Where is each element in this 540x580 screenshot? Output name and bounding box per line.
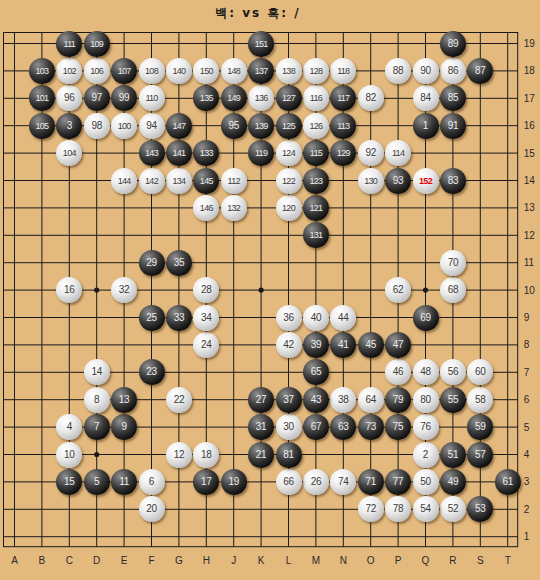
row-label-18: 18 xyxy=(524,65,540,76)
stone-move-number: 38 xyxy=(338,395,349,405)
stone-move-number: 48 xyxy=(420,367,431,377)
stone-L9: 36 xyxy=(276,305,302,331)
stone-move-number: 81 xyxy=(283,450,294,460)
stone-C4: 10 xyxy=(56,442,82,468)
stone-H15: 133 xyxy=(193,140,219,166)
stone-move-number: 129 xyxy=(337,148,350,158)
stone-move-number: 56 xyxy=(448,367,459,377)
stone-move-number: 136 xyxy=(255,93,268,103)
stone-move-number: 58 xyxy=(475,395,486,405)
stone-N17: 117 xyxy=(330,85,356,111)
col-label-L: L xyxy=(279,555,299,566)
stone-H18: 150 xyxy=(193,58,219,84)
stone-S5: 59 xyxy=(467,414,493,440)
row-label-14: 14 xyxy=(524,175,540,186)
stone-move-number: 125 xyxy=(282,121,295,131)
stone-O14: 130 xyxy=(358,168,384,194)
stone-move-number: 26 xyxy=(311,477,322,487)
stone-move-number: 64 xyxy=(365,395,376,405)
stone-R16: 91 xyxy=(440,113,466,139)
col-label-H: H xyxy=(196,555,216,566)
stone-move-number: 80 xyxy=(420,395,431,405)
stone-move-number: 74 xyxy=(338,477,349,487)
stone-Q4: 2 xyxy=(413,442,439,468)
stone-E3: 11 xyxy=(111,469,137,495)
stone-move-number: 45 xyxy=(365,340,376,350)
stone-P8: 47 xyxy=(385,332,411,358)
stone-move-number: 46 xyxy=(393,367,404,377)
stone-move-number: 87 xyxy=(475,66,486,76)
stone-move-number: 22 xyxy=(174,395,185,405)
stone-C19: 111 xyxy=(56,31,82,57)
stone-N18: 118 xyxy=(330,58,356,84)
stone-N6: 38 xyxy=(330,387,356,413)
stone-S4: 57 xyxy=(467,442,493,468)
stone-move-number: 14 xyxy=(91,367,102,377)
stone-Q3: 50 xyxy=(413,469,439,495)
stone-N15: 129 xyxy=(330,140,356,166)
stone-move-number: 116 xyxy=(310,93,322,103)
stone-move-number: 112 xyxy=(228,176,240,186)
stone-move-number: 13 xyxy=(119,395,130,405)
stone-move-number: 8 xyxy=(94,395,99,405)
stone-move-number: 102 xyxy=(63,66,76,76)
stone-move-number: 103 xyxy=(35,66,48,76)
col-label-P: P xyxy=(388,555,408,566)
col-label-C: C xyxy=(59,555,79,566)
stone-move-number: 69 xyxy=(420,313,431,323)
stone-S6: 58 xyxy=(467,387,493,413)
stone-L18: 138 xyxy=(276,58,302,84)
stone-move-number: 114 xyxy=(392,148,404,158)
stone-move-number: 134 xyxy=(172,176,185,186)
stone-G9: 33 xyxy=(166,305,192,331)
stone-move-number: 147 xyxy=(172,121,185,131)
stone-R17: 85 xyxy=(440,85,466,111)
col-label-D: D xyxy=(87,555,107,566)
stone-move-number: 120 xyxy=(282,203,295,213)
stone-move-number: 123 xyxy=(309,176,322,186)
stone-move-number: 79 xyxy=(393,395,404,405)
stones-layer: 1234567891011121314151617181920212223242… xyxy=(0,0,540,580)
stone-E14: 144 xyxy=(111,168,137,194)
stone-C15: 104 xyxy=(56,140,82,166)
stone-M14: 123 xyxy=(303,168,329,194)
stone-O3: 71 xyxy=(358,469,384,495)
stone-M16: 126 xyxy=(303,113,329,139)
stone-M17: 116 xyxy=(303,85,329,111)
stone-move-number: 59 xyxy=(475,422,486,432)
stone-H17: 135 xyxy=(193,85,219,111)
stone-N8: 41 xyxy=(330,332,356,358)
stone-C3: 15 xyxy=(56,469,82,495)
stone-move-number: 9 xyxy=(121,422,126,432)
stone-move-number: 84 xyxy=(420,93,431,103)
stone-G16: 147 xyxy=(166,113,192,139)
stone-move-number: 78 xyxy=(393,504,404,514)
stone-move-number: 93 xyxy=(393,176,404,186)
stone-G14: 134 xyxy=(166,168,192,194)
stone-Q9: 69 xyxy=(413,305,439,331)
go-board[interactable]: 백: vs 흑: / 12345678910111213141516171819… xyxy=(0,0,540,580)
stone-move-number: 145 xyxy=(200,176,213,186)
stone-K6: 27 xyxy=(248,387,274,413)
stone-C17: 96 xyxy=(56,85,82,111)
stone-move-number: 138 xyxy=(282,66,295,76)
stone-R7: 56 xyxy=(440,359,466,385)
col-label-J: J xyxy=(224,555,244,566)
stone-R3: 49 xyxy=(440,469,466,495)
stone-Q2: 54 xyxy=(413,496,439,522)
stone-E6: 13 xyxy=(111,387,137,413)
stone-P10: 62 xyxy=(385,277,411,303)
stone-O6: 64 xyxy=(358,387,384,413)
stone-E10: 32 xyxy=(111,277,137,303)
stone-P3: 77 xyxy=(385,469,411,495)
row-label-5: 5 xyxy=(524,422,540,433)
stone-move-number: 67 xyxy=(311,422,322,432)
stone-D18: 106 xyxy=(84,58,110,84)
stone-B17: 101 xyxy=(29,85,55,111)
stone-move-number: 82 xyxy=(365,93,376,103)
stone-S7: 60 xyxy=(467,359,493,385)
stone-M9: 40 xyxy=(303,305,329,331)
stone-Q18: 90 xyxy=(413,58,439,84)
stone-F18: 108 xyxy=(139,58,165,84)
stone-N9: 44 xyxy=(330,305,356,331)
stone-move-number: 47 xyxy=(393,340,404,350)
stone-L4: 81 xyxy=(276,442,302,468)
stone-move-number: 118 xyxy=(337,66,349,76)
stone-move-number: 88 xyxy=(393,66,404,76)
row-label-10: 10 xyxy=(524,285,540,296)
stone-move-number: 63 xyxy=(338,422,349,432)
stone-move-number: 68 xyxy=(448,285,459,295)
stone-move-number: 17 xyxy=(201,477,212,487)
stone-move-number: 140 xyxy=(172,66,185,76)
stone-move-number: 119 xyxy=(255,148,267,158)
stone-move-number: 31 xyxy=(256,422,267,432)
stone-move-number: 55 xyxy=(448,395,459,405)
stone-M5: 67 xyxy=(303,414,329,440)
row-label-3: 3 xyxy=(524,476,540,487)
stone-move-number: 106 xyxy=(90,66,103,76)
stone-move-number: 60 xyxy=(475,367,486,377)
stone-T3: 61 xyxy=(495,469,521,495)
row-label-16: 16 xyxy=(524,120,540,131)
stone-move-number: 12 xyxy=(174,450,185,460)
row-label-12: 12 xyxy=(524,230,540,241)
stone-L8: 42 xyxy=(276,332,302,358)
stone-move-number: 75 xyxy=(393,422,404,432)
stone-M8: 39 xyxy=(303,332,329,358)
stone-G15: 141 xyxy=(166,140,192,166)
col-label-F: F xyxy=(142,555,162,566)
row-label-13: 13 xyxy=(524,202,540,213)
stone-C16: 3 xyxy=(56,113,82,139)
stone-L3: 66 xyxy=(276,469,302,495)
stone-D19: 109 xyxy=(84,31,110,57)
stone-L15: 124 xyxy=(276,140,302,166)
stone-M7: 65 xyxy=(303,359,329,385)
stone-move-number: 51 xyxy=(448,450,459,460)
stone-move-number: 41 xyxy=(338,340,349,350)
stone-K4: 21 xyxy=(248,442,274,468)
stone-move-number: 107 xyxy=(118,66,131,76)
stone-move-number: 21 xyxy=(256,450,267,460)
stone-move-number: 135 xyxy=(200,93,213,103)
col-label-N: N xyxy=(333,555,353,566)
stone-move-number: 54 xyxy=(420,504,431,514)
stone-move-number: 89 xyxy=(448,39,459,49)
stone-O17: 82 xyxy=(358,85,384,111)
stone-move-number: 37 xyxy=(283,395,294,405)
stone-J13: 132 xyxy=(221,195,247,221)
stone-move-number: 11 xyxy=(119,477,129,487)
stone-move-number: 137 xyxy=(255,66,268,76)
stone-P18: 88 xyxy=(385,58,411,84)
stone-G6: 22 xyxy=(166,387,192,413)
stone-J17: 149 xyxy=(221,85,247,111)
stone-move-number: 117 xyxy=(337,93,349,103)
stone-Q16: 1 xyxy=(413,113,439,139)
stone-move-number: 94 xyxy=(146,121,157,131)
row-label-2: 2 xyxy=(524,504,540,515)
row-label-4: 4 xyxy=(524,449,540,460)
stone-R19: 89 xyxy=(440,31,466,57)
stone-move-number: 92 xyxy=(365,148,376,158)
stone-K19: 151 xyxy=(248,31,274,57)
stone-F9: 25 xyxy=(139,305,165,331)
stone-move-number: 83 xyxy=(448,176,459,186)
stone-H14: 145 xyxy=(193,168,219,194)
stone-move-number: 99 xyxy=(119,93,130,103)
stone-move-number: 96 xyxy=(64,93,75,103)
stone-P6: 79 xyxy=(385,387,411,413)
stone-S18: 87 xyxy=(467,58,493,84)
stone-move-number: 33 xyxy=(174,313,185,323)
stone-move-number: 24 xyxy=(201,340,212,350)
row-label-7: 7 xyxy=(524,367,540,378)
stone-H3: 17 xyxy=(193,469,219,495)
stone-move-number: 101 xyxy=(35,93,48,103)
stone-move-number: 91 xyxy=(448,121,459,131)
stone-move-number: 52 xyxy=(448,504,459,514)
stone-P5: 75 xyxy=(385,414,411,440)
stone-move-number: 29 xyxy=(146,258,157,268)
stone-K5: 31 xyxy=(248,414,274,440)
stone-Q14: 152 xyxy=(413,168,439,194)
stone-move-number: 40 xyxy=(311,313,322,323)
stone-S2: 53 xyxy=(467,496,493,522)
stone-move-number: 128 xyxy=(309,66,322,76)
stone-move-number: 133 xyxy=(200,148,213,158)
stone-move-number: 66 xyxy=(283,477,294,487)
stone-L13: 120 xyxy=(276,195,302,221)
stone-M6: 43 xyxy=(303,387,329,413)
stone-move-number: 121 xyxy=(309,203,322,213)
stone-move-number: 28 xyxy=(201,285,212,295)
stone-F15: 143 xyxy=(139,140,165,166)
stone-Q17: 84 xyxy=(413,85,439,111)
col-label-S: S xyxy=(470,555,490,566)
stone-move-number: 122 xyxy=(282,176,295,186)
stone-move-number: 146 xyxy=(200,203,213,213)
stone-move-number: 20 xyxy=(146,504,157,514)
stone-P14: 93 xyxy=(385,168,411,194)
stone-move-number: 71 xyxy=(365,477,376,487)
stone-move-number: 49 xyxy=(448,477,459,487)
stone-move-number: 73 xyxy=(365,422,376,432)
stone-R14: 83 xyxy=(440,168,466,194)
stone-move-number: 6 xyxy=(149,477,154,487)
stone-move-number: 111 xyxy=(64,39,76,49)
stone-move-number: 18 xyxy=(201,450,212,460)
col-label-R: R xyxy=(443,555,463,566)
stone-C18: 102 xyxy=(56,58,82,84)
stone-move-number: 5 xyxy=(94,477,99,487)
col-label-T: T xyxy=(498,555,518,566)
stone-Q7: 48 xyxy=(413,359,439,385)
stone-move-number: 126 xyxy=(309,121,322,131)
stone-move-number: 57 xyxy=(475,450,486,460)
stone-move-number: 27 xyxy=(256,395,267,405)
stone-G18: 140 xyxy=(166,58,192,84)
stone-M15: 115 xyxy=(303,140,329,166)
stone-move-number: 95 xyxy=(228,121,239,131)
stone-J3: 19 xyxy=(221,469,247,495)
row-label-8: 8 xyxy=(524,339,540,350)
stone-move-number: 4 xyxy=(67,422,72,432)
stone-N5: 63 xyxy=(330,414,356,440)
stone-L6: 37 xyxy=(276,387,302,413)
stone-move-number: 127 xyxy=(282,93,295,103)
stone-move-number: 90 xyxy=(420,66,431,76)
stone-move-number: 143 xyxy=(145,148,158,158)
stone-P2: 78 xyxy=(385,496,411,522)
stone-R4: 51 xyxy=(440,442,466,468)
stone-F14: 142 xyxy=(139,168,165,194)
stone-R18: 86 xyxy=(440,58,466,84)
row-label-15: 15 xyxy=(524,148,540,159)
stone-move-number: 104 xyxy=(63,148,76,158)
stone-G4: 12 xyxy=(166,442,192,468)
stone-move-number: 124 xyxy=(282,148,295,158)
stone-H8: 24 xyxy=(193,332,219,358)
stone-move-number: 23 xyxy=(146,367,157,377)
stone-B18: 103 xyxy=(29,58,55,84)
stone-move-number: 76 xyxy=(420,422,431,432)
stone-move-number: 50 xyxy=(420,477,431,487)
stone-H9: 34 xyxy=(193,305,219,331)
stone-E16: 100 xyxy=(111,113,137,139)
stone-move-number: 72 xyxy=(365,504,376,514)
stone-F7: 23 xyxy=(139,359,165,385)
stone-D16: 98 xyxy=(84,113,110,139)
stone-move-number: 109 xyxy=(90,39,103,49)
stone-F3: 6 xyxy=(139,469,165,495)
stone-move-number: 70 xyxy=(448,258,459,268)
stone-D3: 5 xyxy=(84,469,110,495)
stone-E5: 9 xyxy=(111,414,137,440)
stone-R6: 55 xyxy=(440,387,466,413)
stone-L5: 30 xyxy=(276,414,302,440)
stone-R11: 70 xyxy=(440,250,466,276)
stone-N16: 113 xyxy=(330,113,356,139)
stone-N3: 74 xyxy=(330,469,356,495)
stone-move-number: 105 xyxy=(35,121,48,131)
stone-move-number: 98 xyxy=(91,121,102,131)
stone-move-number: 65 xyxy=(311,367,322,377)
stone-move-number: 141 xyxy=(172,148,185,158)
stone-move-number: 100 xyxy=(118,121,131,131)
stone-J18: 148 xyxy=(221,58,247,84)
stone-move-number: 43 xyxy=(311,395,322,405)
col-label-M: M xyxy=(306,555,326,566)
stone-move-number: 110 xyxy=(145,93,157,103)
stone-move-number: 42 xyxy=(283,340,294,350)
stone-move-number: 148 xyxy=(227,66,240,76)
stone-O2: 72 xyxy=(358,496,384,522)
stone-H4: 18 xyxy=(193,442,219,468)
stone-L17: 127 xyxy=(276,85,302,111)
stone-move-number: 10 xyxy=(64,450,75,460)
stone-P15: 114 xyxy=(385,140,411,166)
col-label-E: E xyxy=(114,555,134,566)
col-label-A: A xyxy=(5,555,25,566)
stone-J16: 95 xyxy=(221,113,247,139)
stone-K16: 139 xyxy=(248,113,274,139)
stone-move-number: 34 xyxy=(201,313,212,323)
stone-move-number: 97 xyxy=(91,93,102,103)
stone-F17: 110 xyxy=(139,85,165,111)
stone-move-number: 113 xyxy=(337,121,349,131)
stone-G11: 35 xyxy=(166,250,192,276)
stone-move-number: 53 xyxy=(475,504,486,514)
stone-move-number: 35 xyxy=(174,258,185,268)
row-label-9: 9 xyxy=(524,312,540,323)
stone-R2: 52 xyxy=(440,496,466,522)
stone-move-number: 30 xyxy=(283,422,294,432)
stone-move-number: 16 xyxy=(64,285,75,295)
stone-Q5: 76 xyxy=(413,414,439,440)
stone-M18: 128 xyxy=(303,58,329,84)
stone-move-number: 62 xyxy=(393,285,404,295)
stone-move-number: 36 xyxy=(283,313,294,323)
row-label-1: 1 xyxy=(524,531,540,542)
stone-F11: 29 xyxy=(139,250,165,276)
stone-D7: 14 xyxy=(84,359,110,385)
stone-L16: 125 xyxy=(276,113,302,139)
stone-M3: 26 xyxy=(303,469,329,495)
stone-move-number: 7 xyxy=(94,422,99,432)
stone-move-number: 142 xyxy=(145,176,158,186)
stone-B16: 105 xyxy=(29,113,55,139)
stone-K18: 137 xyxy=(248,58,274,84)
stone-D6: 8 xyxy=(84,387,110,413)
stone-move-number: 115 xyxy=(310,148,322,158)
row-label-11: 11 xyxy=(524,257,540,268)
row-label-19: 19 xyxy=(524,38,540,49)
stone-J14: 112 xyxy=(221,168,247,194)
stone-move-number: 15 xyxy=(64,477,75,487)
stone-move-number: 19 xyxy=(228,477,239,487)
stone-K15: 119 xyxy=(248,140,274,166)
stone-M13: 121 xyxy=(303,195,329,221)
stone-move-number: 139 xyxy=(255,121,268,131)
stone-C10: 16 xyxy=(56,277,82,303)
stone-move-number: 61 xyxy=(502,477,513,487)
